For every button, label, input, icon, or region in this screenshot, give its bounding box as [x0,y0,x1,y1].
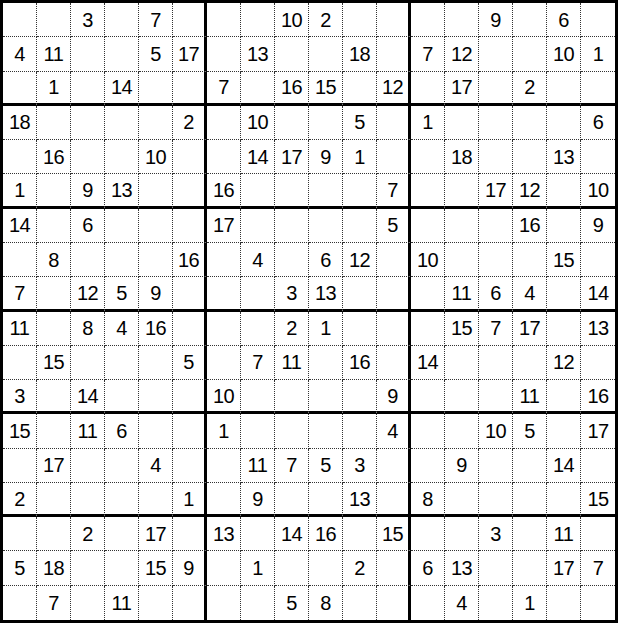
cell-r4c3-empty[interactable] [71,106,105,140]
cell-r9c9-given: 3 [275,277,309,311]
cell-r14c11-given: 3 [343,449,377,483]
cell-r2c3-empty[interactable] [71,37,105,71]
cell-r1c16-empty[interactable] [513,3,547,37]
cell-r8c3-empty[interactable] [71,243,105,277]
cell-r17c6-given: 9 [173,551,207,585]
cell-r12c17-empty[interactable] [547,380,581,414]
cell-r6c12-given: 7 [377,174,411,208]
cell-r17c1-given: 5 [3,551,37,585]
cell-r16c15-given: 3 [479,517,513,551]
cell-r14c17-given: 14 [547,449,581,483]
cell-r1c14-empty[interactable] [445,3,479,37]
cell-r12c15-empty[interactable] [479,380,513,414]
cell-r11c14-empty[interactable] [445,346,479,380]
cell-r5c3-empty[interactable] [71,140,105,174]
cell-r16c7-given: 13 [207,517,241,551]
cell-r3c12-given: 12 [377,72,411,106]
cell-r17c8-given: 1 [241,551,275,585]
cell-r1c18-empty[interactable] [581,3,615,37]
cell-r1c1-empty[interactable] [3,3,37,37]
cell-r10c12-empty[interactable] [377,312,411,346]
cell-r17c7-empty[interactable] [207,551,241,585]
cell-r12c2-empty[interactable] [37,380,71,414]
cell-r13c3-given: 11 [71,414,105,448]
cell-r3c5-empty[interactable] [139,72,173,106]
cell-r10c4-given: 4 [105,312,139,346]
cell-r11c2-given: 15 [37,346,71,380]
cell-r3c18-empty[interactable] [581,72,615,106]
cell-r15c11-given: 13 [343,483,377,517]
cell-r8c10-given: 6 [309,243,343,277]
cell-r12c9-empty[interactable] [275,380,309,414]
cell-r11c13-given: 14 [411,346,445,380]
cell-r16c8-empty[interactable] [241,517,275,551]
cell-r7c17-empty[interactable] [547,209,581,243]
cell-r9c6-empty[interactable] [173,277,207,311]
cell-r8c17-given: 15 [547,243,581,277]
cell-r8c7-empty[interactable] [207,243,241,277]
cell-r11c15-empty[interactable] [479,346,513,380]
cell-r10c5-given: 16 [139,312,173,346]
cell-r9c11-empty[interactable] [343,277,377,311]
cell-r13c13-empty[interactable] [411,414,445,448]
cell-r6c4-given: 13 [105,174,139,208]
cell-r4c10-empty[interactable] [309,106,343,140]
cell-r7c6-empty[interactable] [173,209,207,243]
cell-r11c1-empty[interactable] [3,346,37,380]
cell-r15c5-empty[interactable] [139,483,173,517]
cell-r15c12-empty[interactable] [377,483,411,517]
cell-r14c2-given: 17 [37,449,71,483]
cell-r14c13-empty[interactable] [411,449,445,483]
cell-r14c3-empty[interactable] [71,449,105,483]
cell-r9c7-empty[interactable] [207,277,241,311]
cell-r6c15-given: 17 [479,174,513,208]
cell-r3c10-given: 15 [309,72,343,106]
cell-r7c7-given: 17 [207,209,241,243]
cell-r15c15-empty[interactable] [479,483,513,517]
cell-r7c1-given: 14 [3,209,37,243]
cell-r5c18-empty[interactable] [581,140,615,174]
cell-r14c18-empty[interactable] [581,449,615,483]
cell-r10c8-empty[interactable] [241,312,275,346]
cell-r13c12-given: 4 [377,414,411,448]
cell-r3c9-given: 16 [275,72,309,106]
cell-r1c10-given: 2 [309,3,343,37]
cell-r7c5-empty[interactable] [139,209,173,243]
cell-r11c8-given: 7 [241,346,275,380]
cell-r16c12-given: 15 [377,517,411,551]
cell-r16c11-empty[interactable] [343,517,377,551]
cell-r17c10-empty[interactable] [309,551,343,585]
cell-r18c17-empty[interactable] [547,586,581,620]
cell-r18c11-empty[interactable] [343,586,377,620]
cell-r1c2-empty[interactable] [37,3,71,37]
cell-r17c11-given: 2 [343,551,377,585]
cell-r14c15-empty[interactable] [479,449,513,483]
cell-r6c7-given: 16 [207,174,241,208]
cell-r8c12-empty[interactable] [377,243,411,277]
cell-r2c16-empty[interactable] [513,37,547,71]
cell-r15c7-empty[interactable] [207,483,241,517]
cell-r11c10-empty[interactable] [309,346,343,380]
cell-r13c2-empty[interactable] [37,414,71,448]
cell-r7c11-empty[interactable] [343,209,377,243]
cell-r17c2-given: 18 [37,551,71,585]
cell-r14c14-given: 9 [445,449,479,483]
cell-r6c16-given: 12 [513,174,547,208]
cell-r1c7-empty[interactable] [207,3,241,37]
cell-r12c10-empty[interactable] [309,380,343,414]
cell-r8c5-empty[interactable] [139,243,173,277]
cell-r5c13-empty[interactable] [411,140,445,174]
cell-r15c16-empty[interactable] [513,483,547,517]
cell-r18c12-empty[interactable] [377,586,411,620]
cell-r11c6-given: 5 [173,346,207,380]
cell-r8c11-given: 12 [343,243,377,277]
cell-r5c16-empty[interactable] [513,140,547,174]
cell-r16c14-empty[interactable] [445,517,479,551]
cell-r1c5-given: 7 [139,3,173,37]
cell-r9c1-given: 7 [3,277,37,311]
cell-r15c8-given: 9 [241,483,275,517]
cell-r1c13-empty[interactable] [411,3,445,37]
cell-r15c2-empty[interactable] [37,483,71,517]
cell-r16c16-empty[interactable] [513,517,547,551]
cell-r12c3-given: 14 [71,380,105,414]
cell-r17c13-given: 6 [411,551,445,585]
cell-r10c6-empty[interactable] [173,312,207,346]
cell-r6c14-empty[interactable] [445,174,479,208]
cell-r6c9-empty[interactable] [275,174,309,208]
cell-r2c4-empty[interactable] [105,37,139,71]
cell-r12c14-empty[interactable] [445,380,479,414]
cell-r2c15-empty[interactable] [479,37,513,71]
cell-r4c7-empty[interactable] [207,106,241,140]
cell-r2c5-given: 5 [139,37,173,71]
cell-r11c18-empty[interactable] [581,346,615,380]
cell-r3c14-given: 17 [445,72,479,106]
cell-r5c7-empty[interactable] [207,140,241,174]
cell-r10c17-empty[interactable] [547,312,581,346]
cell-r2c6-given: 17 [173,37,207,71]
cell-r15c3-empty[interactable] [71,483,105,517]
cell-r7c3-given: 6 [71,209,105,243]
cell-r12c8-empty[interactable] [241,380,275,414]
cell-r2c7-empty[interactable] [207,37,241,71]
cell-r6c3-given: 9 [71,174,105,208]
cell-r4c1-given: 18 [3,106,37,140]
cell-r11c5-empty[interactable] [139,346,173,380]
cell-r16c2-empty[interactable] [37,517,71,551]
cell-r2c12-empty[interactable] [377,37,411,71]
cell-r15c17-empty[interactable] [547,483,581,517]
cell-r6c18-given: 10 [581,174,615,208]
cell-r18c3-empty[interactable] [71,586,105,620]
cell-r3c15-empty[interactable] [479,72,513,106]
cell-r9c12-empty[interactable] [377,277,411,311]
cell-r11c12-empty[interactable] [377,346,411,380]
cell-r1c17-given: 6 [547,3,581,37]
cell-r14c7-empty[interactable] [207,449,241,483]
cell-r4c5-empty[interactable] [139,106,173,140]
cell-r14c4-empty[interactable] [105,449,139,483]
cell-r5c12-empty[interactable] [377,140,411,174]
cell-r10c10-given: 1 [309,312,343,346]
cell-r1c6-empty[interactable] [173,3,207,37]
cell-r6c2-empty[interactable] [37,174,71,208]
cell-r6c8-empty[interactable] [241,174,275,208]
cell-r11c4-empty[interactable] [105,346,139,380]
cell-r3c8-empty[interactable] [241,72,275,106]
cell-r6c10-empty[interactable] [309,174,343,208]
cell-r18c16-given: 1 [513,586,547,620]
cell-r17c3-empty[interactable] [71,551,105,585]
cell-r17c14-given: 13 [445,551,479,585]
cell-r16c5-given: 17 [139,517,173,551]
cell-r2c14-given: 12 [445,37,479,71]
cell-r5c8-given: 14 [241,140,275,174]
cell-r12c7-given: 10 [207,380,241,414]
cell-r13c4-given: 6 [105,414,139,448]
cell-r17c17-given: 17 [547,551,581,585]
cell-r16c10-given: 16 [309,517,343,551]
cell-r7c9-empty[interactable] [275,209,309,243]
cell-r2c10-empty[interactable] [309,37,343,71]
cell-r4c2-empty[interactable] [37,106,71,140]
sudoku-board: 3710296411517131871210111471615121721821… [0,0,618,623]
cell-r6c5-empty[interactable] [139,174,173,208]
cell-r1c8-empty[interactable] [241,3,275,37]
cell-r4c9-empty[interactable] [275,106,309,140]
cell-r6c1-given: 1 [3,174,37,208]
cell-r18c15-empty[interactable] [479,586,513,620]
cell-r12c16-given: 11 [513,380,547,414]
cell-r1c12-empty[interactable] [377,3,411,37]
cell-r4c13-given: 1 [411,106,445,140]
cell-r3c6-empty[interactable] [173,72,207,106]
cell-r17c12-empty[interactable] [377,551,411,585]
cell-r15c13-given: 8 [411,483,445,517]
cell-r17c5-given: 15 [139,551,173,585]
cell-r5c4-empty[interactable] [105,140,139,174]
cell-r12c5-empty[interactable] [139,380,173,414]
cell-r14c12-empty[interactable] [377,449,411,483]
cell-r15c6-given: 1 [173,483,207,517]
cell-r1c4-empty[interactable] [105,3,139,37]
cell-r8c1-empty[interactable] [3,243,37,277]
cell-r15c9-empty[interactable] [275,483,309,517]
cell-r2c13-given: 7 [411,37,445,71]
cell-r17c18-given: 7 [581,551,615,585]
cell-r3c7-given: 7 [207,72,241,106]
cell-r12c1-given: 3 [3,380,37,414]
cell-r10c2-empty[interactable] [37,312,71,346]
cell-r4c18-given: 6 [581,106,615,140]
cell-r10c7-empty[interactable] [207,312,241,346]
cell-r18c1-empty[interactable] [3,586,37,620]
cell-r18c4-given: 11 [105,586,139,620]
cell-r2c1-given: 4 [3,37,37,71]
cell-r7c4-empty[interactable] [105,209,139,243]
cell-r5c15-empty[interactable] [479,140,513,174]
cell-r9c18-given: 14 [581,277,615,311]
cell-r3c11-empty[interactable] [343,72,377,106]
cell-r4c14-empty[interactable] [445,106,479,140]
cell-r13c15-given: 10 [479,414,513,448]
cell-r7c10-empty[interactable] [309,209,343,243]
cell-r6c13-empty[interactable] [411,174,445,208]
cell-r16c6-empty[interactable] [173,517,207,551]
cell-r16c4-empty[interactable] [105,517,139,551]
cell-r5c10-given: 9 [309,140,343,174]
cell-r7c2-empty[interactable] [37,209,71,243]
cell-r15c10-empty[interactable] [309,483,343,517]
cell-r3c4-given: 14 [105,72,139,106]
cell-r8c4-empty[interactable] [105,243,139,277]
cell-r13c10-empty[interactable] [309,414,343,448]
cell-r10c13-empty[interactable] [411,312,445,346]
cell-r12c4-empty[interactable] [105,380,139,414]
cell-r16c18-empty[interactable] [581,517,615,551]
cell-r14c16-empty[interactable] [513,449,547,483]
cell-r5c11-given: 1 [343,140,377,174]
cell-r13c5-empty[interactable] [139,414,173,448]
cell-r18c9-given: 5 [275,586,309,620]
cell-r9c2-empty[interactable] [37,277,71,311]
cell-r11c7-empty[interactable] [207,346,241,380]
cell-r16c9-given: 14 [275,517,309,551]
cell-r5c14-given: 18 [445,140,479,174]
cell-r17c15-empty[interactable] [479,551,513,585]
cell-r8c13-given: 10 [411,243,445,277]
cell-r10c16-given: 17 [513,312,547,346]
cell-r18c10-given: 8 [309,586,343,620]
cell-r3c2-given: 1 [37,72,71,106]
cell-r4c4-empty[interactable] [105,106,139,140]
cell-r11c17-given: 12 [547,346,581,380]
cell-r9c13-empty[interactable] [411,277,445,311]
cell-r8c16-empty[interactable] [513,243,547,277]
cell-r14c1-empty[interactable] [3,449,37,483]
cell-r18c8-empty[interactable] [241,586,275,620]
cell-r6c11-empty[interactable] [343,174,377,208]
cell-r7c14-empty[interactable] [445,209,479,243]
cell-r8c15-empty[interactable] [479,243,513,277]
cell-r1c9-given: 10 [275,3,309,37]
cell-r7c15-empty[interactable] [479,209,513,243]
cell-r6c17-empty[interactable] [547,174,581,208]
cell-r9c3-given: 12 [71,277,105,311]
cell-r8c18-empty[interactable] [581,243,615,277]
cell-r14c10-given: 5 [309,449,343,483]
cell-r4c15-empty[interactable] [479,106,513,140]
cell-r4c17-empty[interactable] [547,106,581,140]
cell-r1c15-given: 9 [479,3,513,37]
cell-r11c16-empty[interactable] [513,346,547,380]
cell-r9c4-given: 5 [105,277,139,311]
cell-r18c14-given: 4 [445,586,479,620]
cell-r15c14-empty[interactable] [445,483,479,517]
cell-r5c5-given: 10 [139,140,173,174]
cell-r2c9-empty[interactable] [275,37,309,71]
cell-r8c14-empty[interactable] [445,243,479,277]
cell-r3c16-given: 2 [513,72,547,106]
cell-r18c13-empty[interactable] [411,586,445,620]
cell-r4c12-empty[interactable] [377,106,411,140]
cell-r3c13-empty[interactable] [411,72,445,106]
cell-r16c1-empty[interactable] [3,517,37,551]
cell-r11c11-given: 16 [343,346,377,380]
cell-r12c6-empty[interactable] [173,380,207,414]
cell-r5c1-empty[interactable] [3,140,37,174]
cell-r8c2-given: 8 [37,243,71,277]
cell-r17c4-empty[interactable] [105,551,139,585]
cell-r14c5-given: 4 [139,449,173,483]
cell-r18c7-empty[interactable] [207,586,241,620]
cell-r9c8-empty[interactable] [241,277,275,311]
cell-r10c15-given: 7 [479,312,513,346]
cell-r8c9-empty[interactable] [275,243,309,277]
cell-r11c9-given: 11 [275,346,309,380]
cell-r10c14-given: 15 [445,312,479,346]
cell-r8c8-given: 4 [241,243,275,277]
cell-r15c1-given: 2 [3,483,37,517]
cell-r5c6-empty[interactable] [173,140,207,174]
cell-r14c6-empty[interactable] [173,449,207,483]
cell-r3c1-empty[interactable] [3,72,37,106]
cell-r16c13-empty[interactable] [411,517,445,551]
cell-r4c16-empty[interactable] [513,106,547,140]
cell-r11c3-empty[interactable] [71,346,105,380]
cell-r15c18-given: 15 [581,483,615,517]
cell-r3c3-empty[interactable] [71,72,105,106]
cell-r10c11-empty[interactable] [343,312,377,346]
cell-r3c17-empty[interactable] [547,72,581,106]
cell-r13c9-empty[interactable] [275,414,309,448]
cell-r9c16-given: 4 [513,277,547,311]
cell-r17c9-empty[interactable] [275,551,309,585]
cell-r13c17-empty[interactable] [547,414,581,448]
cell-r13c14-empty[interactable] [445,414,479,448]
cell-r12c13-empty[interactable] [411,380,445,414]
cell-r5c2-given: 16 [37,140,71,174]
cell-r7c13-empty[interactable] [411,209,445,243]
cell-r13c18-given: 17 [581,414,615,448]
cell-r13c6-empty[interactable] [173,414,207,448]
cell-r13c8-empty[interactable] [241,414,275,448]
cell-r15c4-empty[interactable] [105,483,139,517]
cell-r13c11-empty[interactable] [343,414,377,448]
cell-r5c17-given: 13 [547,140,581,174]
cell-r5c9-given: 17 [275,140,309,174]
cell-r18c5-empty[interactable] [139,586,173,620]
cell-r18c6-empty[interactable] [173,586,207,620]
cell-r6c6-empty[interactable] [173,174,207,208]
cell-r9c5-given: 9 [139,277,173,311]
cell-r18c18-empty[interactable] [581,586,615,620]
cell-r18c2-given: 7 [37,586,71,620]
cell-r17c16-empty[interactable] [513,551,547,585]
cell-r9c17-empty[interactable] [547,277,581,311]
cell-r1c11-empty[interactable] [343,3,377,37]
cell-r2c17-given: 10 [547,37,581,71]
cell-r12c11-empty[interactable] [343,380,377,414]
cell-r14c8-given: 11 [241,449,275,483]
cell-r7c8-empty[interactable] [241,209,275,243]
cell-r2c8-given: 13 [241,37,275,71]
cell-r8c6-given: 16 [173,243,207,277]
